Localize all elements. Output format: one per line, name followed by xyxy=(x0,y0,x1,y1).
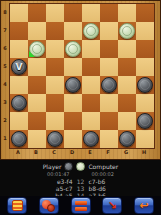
players-row: Player Computer xyxy=(0,160,161,171)
rank-label-2: 2 xyxy=(2,111,8,129)
square-e4[interactable] xyxy=(82,76,100,94)
green-man-piece[interactable] xyxy=(119,23,135,39)
square-g3[interactable] xyxy=(118,94,136,112)
square-c3[interactable] xyxy=(46,94,64,112)
square-a1[interactable] xyxy=(10,130,28,148)
green-man-piece[interactable] xyxy=(65,41,81,57)
square-d5[interactable] xyxy=(64,58,82,76)
square-d6[interactable] xyxy=(64,40,82,58)
move-row: e3-f412c7-b6 xyxy=(0,178,161,185)
info-panel: Player Computer 00:01:47 00:00:02 e3-f41… xyxy=(0,160,161,196)
dark-man-piece[interactable] xyxy=(47,131,63,147)
rank-label-8: 8 xyxy=(2,3,8,21)
player-clock: 00:01:47 xyxy=(47,171,69,177)
file-label-b: B xyxy=(27,149,45,155)
forward-button[interactable]: ↘ xyxy=(102,197,122,214)
square-a5[interactable]: V xyxy=(10,58,28,76)
square-e3[interactable] xyxy=(82,94,100,112)
square-d3[interactable] xyxy=(64,94,82,112)
move-row: a5-c713b8-d6 xyxy=(0,185,161,192)
last-move-marker-icon xyxy=(29,51,35,57)
move-number: 13 xyxy=(73,185,89,192)
file-label-f: F xyxy=(99,149,117,155)
square-a7[interactable] xyxy=(10,22,28,40)
square-b8[interactable] xyxy=(28,4,46,22)
pieces-button[interactable] xyxy=(39,197,59,214)
file-label-e: E xyxy=(81,149,99,155)
dark-man-piece[interactable] xyxy=(11,131,27,147)
rank-label-4: 4 xyxy=(2,75,8,93)
square-a6[interactable] xyxy=(10,40,28,58)
dark-man-piece[interactable] xyxy=(119,131,135,147)
player-label: Player xyxy=(43,163,62,171)
forward-arrow-icon: ↘ xyxy=(108,200,117,211)
file-label-c: C xyxy=(45,149,63,155)
square-a2[interactable] xyxy=(10,112,28,130)
square-e7[interactable] xyxy=(82,22,100,40)
list-icon xyxy=(75,201,87,211)
square-f7[interactable] xyxy=(100,22,118,40)
square-f5[interactable] xyxy=(100,58,118,76)
square-c2[interactable] xyxy=(46,112,64,130)
green-man-piece[interactable] xyxy=(29,41,45,57)
square-c5[interactable] xyxy=(46,58,64,76)
square-c8[interactable] xyxy=(46,4,64,22)
square-g5[interactable] xyxy=(118,58,136,76)
pieces-icon xyxy=(42,200,55,212)
square-h3[interactable] xyxy=(136,94,154,112)
move-player: a5-c7 xyxy=(43,185,73,192)
square-f2[interactable] xyxy=(100,112,118,130)
checkers-board: V 87654321 ABCDEFGH xyxy=(0,0,161,160)
square-c6[interactable] xyxy=(46,40,64,58)
square-e1[interactable] xyxy=(82,130,100,148)
square-a8[interactable] xyxy=(10,4,28,22)
rank-label-1: 1 xyxy=(2,129,8,147)
square-h1[interactable] xyxy=(136,130,154,148)
file-label-d: D xyxy=(63,149,81,155)
checkers-app: V 87654321 ABCDEFGH Player Computer 00:0… xyxy=(0,0,161,215)
square-d8[interactable] xyxy=(64,4,82,22)
clocks-row: 00:01:47 00:00:02 xyxy=(0,171,161,177)
square-b2[interactable] xyxy=(28,112,46,130)
rank-label-6: 6 xyxy=(2,39,8,57)
square-f1[interactable] xyxy=(100,130,118,148)
square-h4[interactable] xyxy=(136,76,154,94)
square-a4[interactable] xyxy=(10,76,28,94)
file-label-a: A xyxy=(9,149,27,155)
rank-label-5: 5 xyxy=(2,57,8,75)
square-c7[interactable] xyxy=(46,22,64,40)
file-label-h: H xyxy=(135,149,153,155)
square-d2[interactable] xyxy=(64,112,82,130)
square-d1[interactable] xyxy=(64,130,82,148)
square-e2[interactable] xyxy=(82,112,100,130)
move-number: 12 xyxy=(73,178,89,185)
square-c1[interactable] xyxy=(46,130,64,148)
player-color-disc-icon xyxy=(64,162,73,171)
square-d4[interactable] xyxy=(64,76,82,94)
menu-icon xyxy=(12,200,23,211)
square-f4[interactable] xyxy=(100,76,118,94)
square-h8[interactable] xyxy=(136,4,154,22)
moves-button[interactable] xyxy=(71,197,91,214)
computer-label: Computer xyxy=(88,163,118,171)
square-b6[interactable] xyxy=(28,40,46,58)
square-b5[interactable] xyxy=(28,58,46,76)
square-a3[interactable] xyxy=(10,94,28,112)
move-player: e3-f4 xyxy=(43,178,73,185)
toolbar: ↘↩ xyxy=(0,196,161,215)
square-h5[interactable] xyxy=(136,58,154,76)
square-g1[interactable] xyxy=(118,130,136,148)
square-b1[interactable] xyxy=(28,130,46,148)
green-man-piece[interactable] xyxy=(83,23,99,39)
dark-man-piece[interactable] xyxy=(11,95,27,111)
king-crown-mark: V xyxy=(12,60,26,74)
rank-label-7: 7 xyxy=(2,21,8,39)
square-c4[interactable] xyxy=(46,76,64,94)
board-grid: V xyxy=(9,3,155,149)
move-computer: b8-d6 xyxy=(89,185,119,192)
square-h7[interactable] xyxy=(136,22,154,40)
square-f6[interactable] xyxy=(100,40,118,58)
dark-king-piece[interactable]: V xyxy=(11,59,27,75)
dark-man-piece[interactable] xyxy=(137,113,153,129)
square-e5[interactable] xyxy=(82,58,100,76)
square-h6[interactable] xyxy=(136,40,154,58)
computer-color-disc-icon xyxy=(76,162,85,171)
square-g2[interactable] xyxy=(118,112,136,130)
undo-button[interactable]: ↩ xyxy=(134,197,154,214)
square-e8[interactable] xyxy=(82,4,100,22)
square-g8[interactable] xyxy=(118,4,136,22)
dark-man-piece[interactable] xyxy=(83,131,99,147)
dark-man-piece[interactable] xyxy=(101,77,117,93)
file-label-g: G xyxy=(117,149,135,155)
square-g7[interactable] xyxy=(118,22,136,40)
move-computer: c7-b6 xyxy=(89,178,119,185)
menu-button[interactable] xyxy=(7,197,27,214)
dark-man-piece[interactable] xyxy=(137,77,153,93)
rank-label-3: 3 xyxy=(2,93,8,111)
square-b7[interactable] xyxy=(28,22,46,40)
square-h2[interactable] xyxy=(136,112,154,130)
square-d7[interactable] xyxy=(64,22,82,40)
square-g6[interactable] xyxy=(118,40,136,58)
square-g4[interactable] xyxy=(118,76,136,94)
square-b4[interactable] xyxy=(28,76,46,94)
square-f8[interactable] xyxy=(100,4,118,22)
dark-man-piece[interactable] xyxy=(65,77,81,93)
square-f3[interactable] xyxy=(100,94,118,112)
square-e6[interactable] xyxy=(82,40,100,58)
undo-arrow-icon: ↩ xyxy=(139,200,148,211)
square-b3[interactable] xyxy=(28,94,46,112)
computer-clock: 00:00:02 xyxy=(92,171,114,177)
